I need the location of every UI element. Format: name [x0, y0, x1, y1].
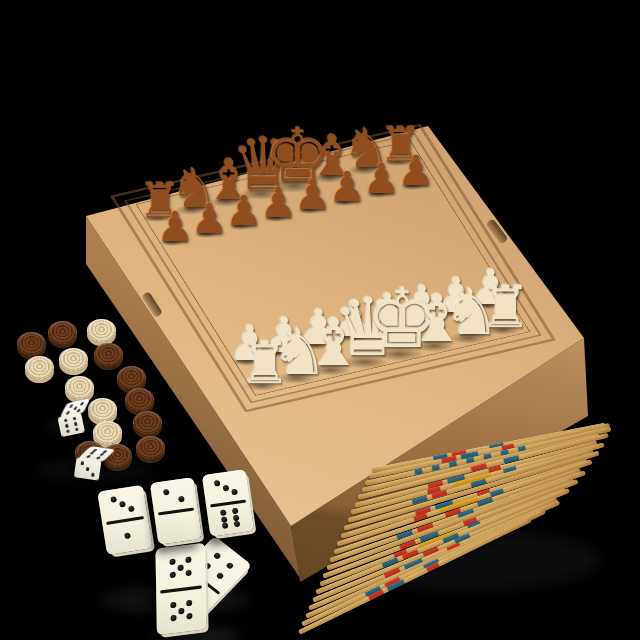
domino-standing-3[interactable] [202, 469, 254, 537]
domino-pip [178, 607, 184, 614]
die-pip [74, 422, 78, 426]
domino-pip [128, 505, 135, 512]
die-pip [80, 461, 84, 465]
domino-half [154, 508, 202, 545]
checker-piece-cream[interactable] [59, 348, 88, 371]
die-pip [93, 448, 99, 451]
domino-pip [231, 488, 238, 495]
checker-piece-brown[interactable] [117, 366, 146, 389]
domino-pip [216, 571, 225, 579]
checker-piece-brown[interactable] [17, 332, 46, 355]
domino-pip [213, 552, 222, 560]
domino-pip [220, 510, 227, 517]
die-2[interactable] [74, 444, 103, 480]
die-front-face [57, 413, 85, 437]
domino-half [156, 586, 206, 635]
die-pip [66, 429, 70, 433]
domino-pip [170, 558, 176, 565]
domino-flat-2[interactable] [155, 543, 206, 636]
domino-pip [170, 572, 176, 579]
domino-pip [185, 556, 191, 563]
checker-piece-brown[interactable] [94, 343, 123, 366]
checker-piece-brown[interactable] [48, 321, 77, 344]
domino-pip [110, 497, 117, 504]
domino-pip [221, 522, 228, 529]
product-photo-chess-compendium: ♜♞♝♛♚♝♞♜♟♟♟♟♟♟♟♟♟♟♟♟♟♟♟♟♜♞♝♛♚♝♞♜ [0, 0, 640, 640]
domino-pip [170, 601, 176, 608]
domino-pip [124, 532, 131, 539]
domino-pip [178, 564, 184, 571]
die-pip [64, 419, 68, 423]
die-pip [75, 427, 79, 431]
die-pip [76, 409, 81, 413]
domino-standing-1[interactable] [97, 485, 152, 555]
domino-pip [186, 599, 192, 606]
domino-pip [220, 516, 227, 523]
checker-piece-brown[interactable] [125, 388, 154, 411]
domino-pip [225, 562, 234, 570]
die-front-face [74, 457, 102, 481]
domino-pip [186, 613, 192, 620]
checker-piece-cream[interactable] [87, 319, 116, 342]
domino-half [206, 500, 254, 537]
die-pip [99, 453, 105, 456]
checker-piece-brown[interactable] [136, 436, 165, 459]
checker-piece-cream[interactable] [25, 356, 54, 379]
die-pip [69, 404, 74, 408]
domino-standing-2[interactable] [150, 477, 202, 545]
die-pip [102, 450, 108, 453]
domino-half [155, 543, 205, 592]
die-pip [89, 452, 95, 455]
domino-pip [119, 501, 126, 508]
die-pip [91, 473, 95, 477]
domino-pip [214, 480, 221, 487]
domino-half [102, 516, 152, 555]
domino-pip [163, 489, 170, 496]
domino-pip [233, 514, 240, 521]
die-pip [79, 402, 84, 406]
domino-pip [178, 496, 185, 503]
die-pip [86, 467, 90, 471]
accessories-layer [0, 0, 640, 640]
die-pip [65, 424, 69, 428]
checker-piece-cream[interactable] [93, 421, 122, 444]
domino-pip [232, 508, 239, 515]
die-pip [73, 417, 77, 421]
domino-pip [171, 615, 177, 622]
domino-pip [186, 570, 192, 577]
checker-piece-brown[interactable] [133, 411, 162, 434]
domino-pip [222, 484, 229, 491]
domino-pip [234, 520, 241, 527]
die-1[interactable] [55, 401, 85, 437]
checker-piece-cream[interactable] [65, 376, 94, 399]
checker-piece-cream[interactable] [88, 398, 117, 421]
